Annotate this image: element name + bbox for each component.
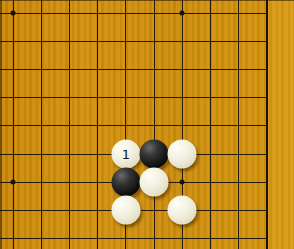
white-stone [168, 196, 197, 225]
white-stone [168, 140, 197, 169]
grid-line-horizontal [0, 69, 268, 70]
star-point [11, 11, 16, 16]
star-point [180, 180, 185, 185]
white-stone: 1 [111, 140, 140, 169]
star-point [11, 180, 16, 185]
black-stone [111, 168, 140, 197]
black-stone [140, 140, 169, 169]
white-stone [111, 196, 140, 225]
go-board[interactable]: 1 [0, 0, 294, 249]
grid-line-horizontal [0, 125, 268, 126]
board-right-margin [268, 0, 294, 249]
star-point [180, 11, 185, 16]
viewport-top-edge [0, 0, 294, 1]
grid-line-horizontal [0, 41, 268, 42]
grid-line-horizontal [0, 238, 268, 239]
move-number-label: 1 [122, 148, 130, 161]
grid-line-horizontal [0, 97, 268, 98]
white-stone [140, 168, 169, 197]
grid-line-horizontal [0, 13, 268, 14]
viewport-left-edge [0, 0, 2, 249]
